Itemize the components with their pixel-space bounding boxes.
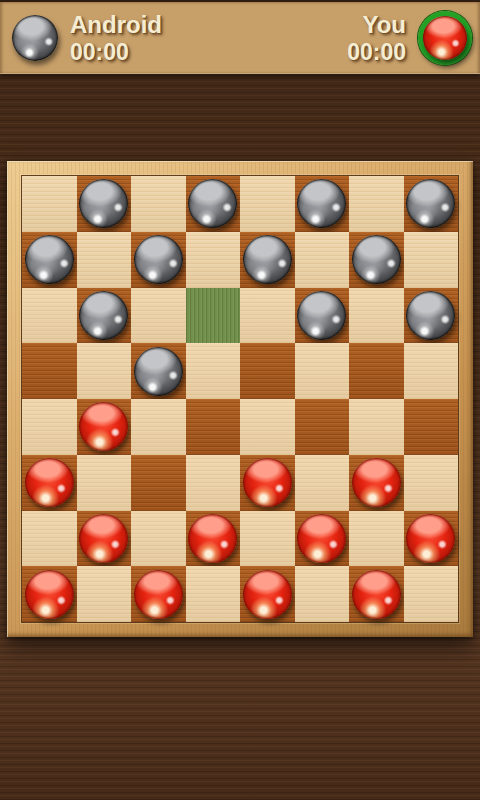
square-r6c3[interactable] (131, 455, 186, 511)
square-r2c1[interactable] (22, 232, 77, 288)
square-r3c6[interactable] (295, 288, 350, 344)
piece-silver[interactable] (134, 347, 183, 396)
square-r7c6[interactable] (295, 511, 350, 567)
square-r5c2[interactable] (77, 399, 132, 455)
player-android-name: Android (70, 11, 162, 39)
square-r4c3[interactable] (131, 343, 186, 399)
board-grid (22, 176, 458, 622)
square-r2c6 (295, 232, 350, 288)
square-r5c5 (240, 399, 295, 455)
piece-red[interactable] (352, 458, 401, 507)
square-r2c5[interactable] (240, 232, 295, 288)
player-panel-you: You 00:00 (347, 11, 472, 65)
square-r5c6[interactable] (295, 399, 350, 455)
piece-silver[interactable] (406, 179, 455, 228)
square-r7c8[interactable] (404, 511, 459, 567)
piece-silver[interactable] (134, 235, 183, 284)
square-r5c1 (22, 399, 77, 455)
square-r8c6 (295, 566, 350, 622)
square-r1c8[interactable] (404, 176, 459, 232)
piece-red[interactable] (25, 570, 74, 619)
square-r4c8 (404, 343, 459, 399)
piece-silver[interactable] (297, 179, 346, 228)
square-r5c3 (131, 399, 186, 455)
square-r7c7 (349, 511, 404, 567)
square-r2c4 (186, 232, 241, 288)
piece-red[interactable] (134, 570, 183, 619)
square-r7c2[interactable] (77, 511, 132, 567)
player-you-name: You (362, 11, 406, 39)
square-r1c2[interactable] (77, 176, 132, 232)
square-r3c1 (22, 288, 77, 344)
piece-red[interactable] (406, 514, 455, 563)
square-r3c4[interactable] (186, 288, 241, 344)
piece-red[interactable] (79, 514, 128, 563)
square-r8c1[interactable] (22, 566, 77, 622)
square-r3c7 (349, 288, 404, 344)
player-android-timer: 00:00 (70, 39, 162, 65)
piece-silver[interactable] (297, 291, 346, 340)
square-r1c1 (22, 176, 77, 232)
square-r2c7[interactable] (349, 232, 404, 288)
piece-silver[interactable] (188, 179, 237, 228)
square-r2c3[interactable] (131, 232, 186, 288)
piece-red[interactable] (243, 570, 292, 619)
square-r4c2 (77, 343, 132, 399)
player-panel-android: Android 00:00 (12, 11, 162, 65)
square-r3c8[interactable] (404, 288, 459, 344)
square-r3c2[interactable] (77, 288, 132, 344)
piece-red[interactable] (297, 514, 346, 563)
piece-red[interactable] (243, 458, 292, 507)
piece-red[interactable] (352, 570, 401, 619)
square-r7c1 (22, 511, 77, 567)
piece-silver[interactable] (243, 235, 292, 284)
android-checker-icon (12, 15, 58, 61)
square-r6c2 (77, 455, 132, 511)
square-r8c4 (186, 566, 241, 622)
piece-red[interactable] (188, 514, 237, 563)
player-you-timer: 00:00 (347, 39, 406, 65)
square-r4c6 (295, 343, 350, 399)
square-r5c7 (349, 399, 404, 455)
piece-silver[interactable] (406, 291, 455, 340)
square-r6c8 (404, 455, 459, 511)
square-r1c3 (131, 176, 186, 232)
square-r6c1[interactable] (22, 455, 77, 511)
turn-indicator-ring (418, 11, 472, 65)
square-r5c8[interactable] (404, 399, 459, 455)
square-r8c2 (77, 566, 132, 622)
piece-red[interactable] (79, 402, 128, 451)
square-r8c3[interactable] (131, 566, 186, 622)
square-r4c4 (186, 343, 241, 399)
square-r2c2 (77, 232, 132, 288)
piece-silver[interactable] (352, 235, 401, 284)
square-r4c5[interactable] (240, 343, 295, 399)
square-r3c3 (131, 288, 186, 344)
square-r1c7 (349, 176, 404, 232)
square-r2c8 (404, 232, 459, 288)
piece-red[interactable] (25, 458, 74, 507)
piece-silver[interactable] (79, 291, 128, 340)
square-r6c7[interactable] (349, 455, 404, 511)
piece-silver[interactable] (25, 235, 74, 284)
square-r6c4 (186, 455, 241, 511)
square-r4c1[interactable] (22, 343, 77, 399)
square-r1c5 (240, 176, 295, 232)
you-checker-icon (423, 16, 467, 60)
square-r8c8 (404, 566, 459, 622)
square-r7c3 (131, 511, 186, 567)
square-r7c5 (240, 511, 295, 567)
board-frame (7, 161, 473, 637)
piece-silver[interactable] (79, 179, 128, 228)
square-r8c7[interactable] (349, 566, 404, 622)
square-r1c6[interactable] (295, 176, 350, 232)
square-r3c5 (240, 288, 295, 344)
square-r1c4[interactable] (186, 176, 241, 232)
square-r7c4[interactable] (186, 511, 241, 567)
square-r4c7[interactable] (349, 343, 404, 399)
square-r8c5[interactable] (240, 566, 295, 622)
status-bar: Android 00:00 You 00:00 (0, 0, 480, 74)
square-r6c5[interactable] (240, 455, 295, 511)
square-r6c6 (295, 455, 350, 511)
square-r5c4[interactable] (186, 399, 241, 455)
